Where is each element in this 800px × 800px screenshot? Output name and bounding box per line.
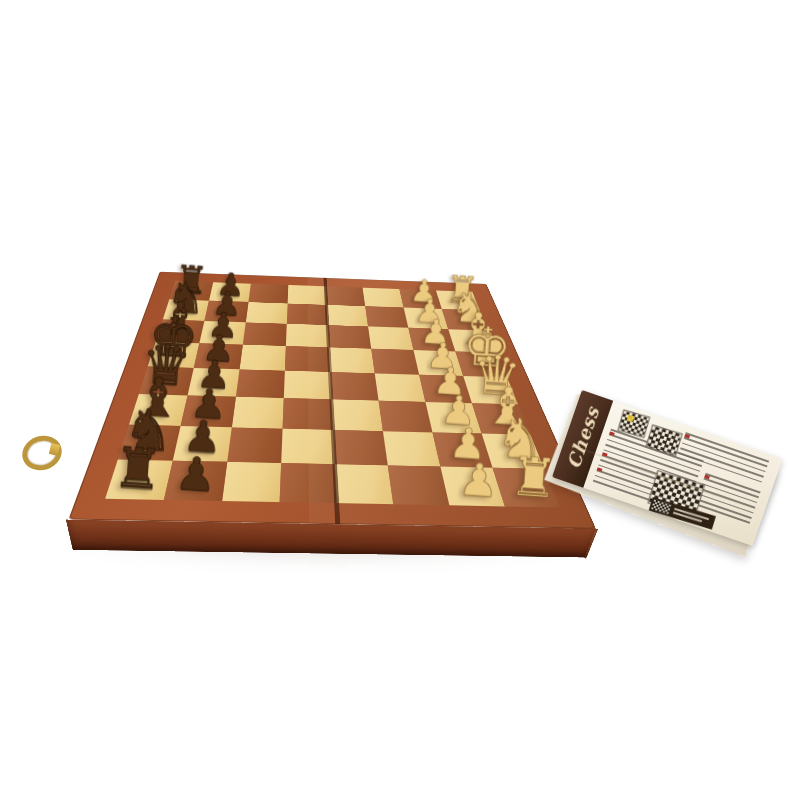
piece-white-knight: ♞ (493, 410, 546, 468)
square-h1: ♜ (436, 290, 480, 310)
board-frame: ♜♟♟♜♞♟♟♞♝♟♟♝♚♟♟♚♛♟♟♛♝♟♟♝♞♟♟♞♜♟♟♜ (68, 272, 595, 529)
square-b7: ♟ (173, 426, 232, 462)
square-a6 (222, 462, 281, 502)
square-c3 (379, 401, 433, 433)
square-a8: ♜ (105, 459, 173, 499)
square-h6 (248, 284, 288, 304)
square-e6 (240, 345, 286, 371)
square-d7: ♟ (188, 368, 240, 397)
square-c4 (331, 399, 383, 431)
square-e1: ♚ (455, 351, 507, 377)
brass-ring-clasp-icon (18, 431, 67, 476)
chess-board-grid: ♜♟♟♜♞♟♟♞♝♟♟♝♚♟♟♚♛♟♟♛♝♟♟♝♞♟♟♞♜♟♟♜ (105, 281, 560, 508)
square-a7: ♟ (164, 461, 227, 501)
leaflet-footer-diagram (651, 500, 671, 515)
square-e2: ♟ (413, 350, 463, 376)
square-b8: ♞ (118, 425, 181, 461)
square-b2: ♟ (432, 432, 492, 467)
product-photo-canvas: ♜♟♟♜♞♟♟♞♝♟♟♝♚♟♟♚♛♟♟♛♝♟♟♝♞♟♟♞♜♟♟♜ Chess (0, 0, 800, 800)
square-c1: ♝ (472, 403, 530, 435)
square-f1: ♝ (448, 329, 497, 353)
piece-white-pawn: ♟ (447, 421, 488, 466)
square-d2: ♟ (419, 375, 472, 404)
square-d1: ♛ (463, 376, 518, 405)
folding-chess-board: ♜♟♟♜♞♟♟♞♝♟♟♝♚♟♟♚♛♟♟♛♝♟♟♝♞♟♟♞♜♟♟♜ (68, 272, 595, 529)
square-g1: ♞ (442, 309, 488, 331)
square-g6 (246, 302, 288, 324)
piece-black-rook: ♜ (173, 260, 209, 300)
square-f4 (328, 325, 372, 349)
piece-white-pawn: ♟ (409, 275, 439, 308)
square-g3 (365, 306, 408, 328)
square-e4 (329, 347, 375, 373)
board-scene: ♜♟♟♜♞♟♟♞♝♟♟♝♚♟♟♚♛♟♟♛♝♟♟♝♞♟♟♞♜♟♟♜ (114, 156, 545, 587)
square-b3 (383, 431, 440, 466)
square-f7: ♟ (199, 321, 245, 345)
square-d4 (330, 372, 379, 401)
square-c2: ♟ (425, 402, 481, 434)
square-g8: ♞ (163, 299, 209, 321)
square-a4 (335, 464, 394, 504)
square-f3 (368, 326, 413, 350)
piece-white-rook: ♜ (444, 271, 479, 310)
square-h4 (326, 286, 366, 306)
square-h5 (288, 285, 327, 305)
square-b1: ♞ (482, 434, 545, 469)
square-a3 (388, 465, 450, 505)
square-g4 (327, 305, 369, 327)
square-e3 (371, 349, 419, 375)
square-e8: ♚ (148, 342, 200, 368)
square-f5 (286, 324, 329, 348)
square-b6 (227, 427, 282, 463)
square-c8: ♝ (129, 394, 188, 426)
square-d6 (236, 369, 285, 398)
square-h3 (363, 288, 404, 308)
square-d8: ♛ (139, 367, 194, 396)
square-f8: ♝ (156, 320, 205, 344)
square-f6 (243, 322, 287, 346)
square-e7: ♟ (194, 343, 243, 369)
square-d3 (375, 373, 426, 402)
square-c7: ♟ (181, 395, 236, 427)
square-g5 (287, 303, 328, 325)
brass-hinge-icon (490, 307, 497, 332)
board-front-panel (66, 519, 599, 557)
square-c5 (283, 398, 333, 430)
square-g7: ♟ (204, 301, 248, 323)
square-b5 (281, 429, 335, 465)
square-h8: ♜ (169, 281, 213, 301)
square-e5 (285, 346, 330, 372)
square-h7: ♟ (209, 282, 251, 302)
square-d5 (284, 371, 332, 400)
square-a5 (280, 463, 337, 503)
square-b4 (333, 430, 388, 466)
piece-black-pawn: ♟ (215, 268, 245, 301)
square-c6 (232, 397, 284, 429)
